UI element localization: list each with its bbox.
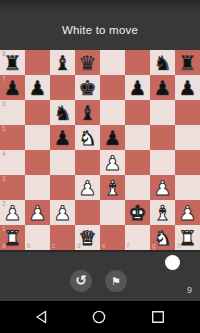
square-e3[interactable]: ♝ — [100, 175, 125, 200]
file-label-f: f — [127, 243, 129, 250]
rank-label-5: 5 — [2, 126, 6, 133]
square-f1[interactable]: f — [125, 225, 150, 250]
black-bishop: ♝ — [79, 103, 97, 123]
black-pawn: ♟ — [129, 78, 147, 98]
square-c6[interactable]: ♞ — [50, 100, 75, 125]
square-b5[interactable] — [25, 125, 50, 150]
square-g8[interactable]: ♞ — [150, 50, 175, 75]
square-f8[interactable] — [125, 50, 150, 75]
square-e6[interactable] — [100, 100, 125, 125]
square-b7[interactable]: ♟ — [25, 75, 50, 100]
black-rook: ♜ — [179, 53, 197, 73]
white-knight: ♞ — [154, 228, 172, 248]
square-c1[interactable]: c — [50, 225, 75, 250]
recents-icon[interactable] — [151, 310, 165, 324]
file-label-d: d — [77, 243, 81, 250]
square-f3[interactable] — [125, 175, 150, 200]
white-pawn: ♟ — [79, 178, 97, 198]
square-g2[interactable]: ♝ — [150, 200, 175, 225]
white-pawn: ♟ — [29, 203, 47, 223]
white-bishop: ♝ — [154, 203, 172, 223]
square-d5[interactable]: ♞ — [75, 125, 100, 150]
file-label-a: a — [2, 243, 6, 250]
square-d2[interactable] — [75, 200, 100, 225]
square-f4[interactable] — [125, 150, 150, 175]
black-pawn: ♟ — [179, 78, 197, 98]
undo-button[interactable]: ↺ — [70, 270, 92, 292]
app-screen: White to move 8♜♝♛♞♜7♟♟♚♟♟♟6♞♝5♟♞♟4♟3♟♝♟… — [0, 0, 200, 333]
square-a4[interactable]: 4 — [0, 150, 25, 175]
square-d7[interactable]: ♚ — [75, 75, 100, 100]
square-d1[interactable]: d♛ — [75, 225, 100, 250]
rank-label-8: 8 — [2, 51, 6, 58]
turn-status-text: White to move — [0, 0, 200, 36]
square-e8[interactable] — [100, 50, 125, 75]
square-e4[interactable]: ♟ — [100, 150, 125, 175]
square-e2[interactable] — [100, 200, 125, 225]
square-h1[interactable]: h♜ — [175, 225, 200, 250]
white-rook: ♜ — [179, 228, 197, 248]
file-label-g: g — [152, 243, 156, 250]
square-c3[interactable] — [50, 175, 75, 200]
square-h3[interactable] — [175, 175, 200, 200]
bottom-panel: ↺ ⚑ 9 — [0, 252, 200, 301]
android-navbar — [0, 301, 200, 333]
square-b3[interactable] — [25, 175, 50, 200]
header: White to move — [0, 0, 200, 50]
square-b1[interactable]: b — [25, 225, 50, 250]
rank-label-1: 1 — [2, 226, 6, 233]
square-c5[interactable]: ♟ — [50, 125, 75, 150]
square-d4[interactable] — [75, 150, 100, 175]
black-rook: ♜ — [4, 53, 22, 73]
rank-label-4: 4 — [2, 151, 6, 158]
rank-label-2: 2 — [2, 201, 6, 208]
white-king: ♚ — [129, 203, 147, 223]
square-g7[interactable]: ♟ — [150, 75, 175, 100]
square-a7[interactable]: 7♟ — [0, 75, 25, 100]
white-pawn: ♟ — [179, 203, 197, 223]
square-g1[interactable]: g♞ — [150, 225, 175, 250]
square-a2[interactable]: 2♟ — [0, 200, 25, 225]
white-to-move-indicator — [165, 255, 180, 270]
square-h7[interactable]: ♟ — [175, 75, 200, 100]
file-label-c: c — [52, 243, 55, 250]
white-knight: ♞ — [79, 128, 97, 148]
square-e1[interactable]: e — [100, 225, 125, 250]
square-h6[interactable] — [175, 100, 200, 125]
black-pawn: ♟ — [54, 128, 72, 148]
square-e5[interactable]: ♟ — [100, 125, 125, 150]
square-g3[interactable]: ♟ — [150, 175, 175, 200]
file-label-b: b — [27, 243, 31, 250]
square-a3[interactable]: 3 — [0, 175, 25, 200]
square-f5[interactable] — [125, 125, 150, 150]
black-queen: ♛ — [79, 53, 97, 73]
square-g6[interactable] — [150, 100, 175, 125]
white-queen: ♛ — [79, 228, 97, 248]
black-pawn: ♟ — [4, 78, 22, 98]
puzzle-counter: 9 — [187, 285, 192, 295]
back-icon[interactable] — [35, 310, 49, 324]
black-pawn: ♟ — [104, 128, 122, 148]
black-bishop: ♝ — [54, 53, 72, 73]
home-icon[interactable] — [92, 310, 106, 324]
square-b8[interactable] — [25, 50, 50, 75]
white-pawn: ♟ — [104, 153, 122, 173]
white-pawn: ♟ — [4, 203, 22, 223]
square-d6[interactable]: ♝ — [75, 100, 100, 125]
square-f2[interactable]: ♚ — [125, 200, 150, 225]
black-king: ♚ — [79, 78, 97, 98]
white-pawn: ♟ — [154, 178, 172, 198]
black-pawn: ♟ — [154, 78, 172, 98]
square-a8[interactable]: 8♜ — [0, 50, 25, 75]
white-bishop: ♝ — [104, 178, 122, 198]
chess-board: 8♜♝♛♞♜7♟♟♚♟♟♟6♞♝5♟♞♟4♟3♟♝♟2♟♟♟♚♝♟1a♜bcd♛… — [0, 50, 200, 250]
square-a5[interactable]: 5 — [0, 125, 25, 150]
square-c2[interactable]: ♟ — [50, 200, 75, 225]
square-c8[interactable]: ♝ — [50, 50, 75, 75]
black-pawn: ♟ — [29, 78, 47, 98]
square-d8[interactable]: ♛ — [75, 50, 100, 75]
square-h8[interactable]: ♜ — [175, 50, 200, 75]
white-pawn: ♟ — [54, 203, 72, 223]
undo-icon: ↺ — [75, 273, 87, 287]
rank-label-6: 6 — [2, 101, 6, 108]
square-g5[interactable] — [150, 125, 175, 150]
square-c7[interactable] — [50, 75, 75, 100]
square-d3[interactable]: ♟ — [75, 175, 100, 200]
black-knight: ♞ — [154, 53, 172, 73]
rank-label-7: 7 — [2, 76, 6, 83]
square-h2[interactable]: ♟ — [175, 200, 200, 225]
square-f6[interactable] — [125, 100, 150, 125]
square-b4[interactable] — [25, 150, 50, 175]
file-label-h: h — [177, 243, 181, 250]
black-knight: ♞ — [54, 103, 72, 123]
square-a6[interactable]: 6 — [0, 100, 25, 125]
square-g4[interactable] — [150, 150, 175, 175]
square-b2[interactable]: ♟ — [25, 200, 50, 225]
square-c4[interactable] — [50, 150, 75, 175]
white-rook: ♜ — [4, 228, 22, 248]
square-h5[interactable] — [175, 125, 200, 150]
square-a1[interactable]: 1a♜ — [0, 225, 25, 250]
rank-label-3: 3 — [2, 176, 6, 183]
square-e7[interactable] — [100, 75, 125, 100]
file-label-e: e — [102, 243, 106, 250]
square-f7[interactable]: ♟ — [125, 75, 150, 100]
flag-icon: ⚑ — [111, 276, 121, 287]
square-h4[interactable] — [175, 150, 200, 175]
flag-button[interactable]: ⚑ — [105, 270, 127, 292]
square-b6[interactable] — [25, 100, 50, 125]
